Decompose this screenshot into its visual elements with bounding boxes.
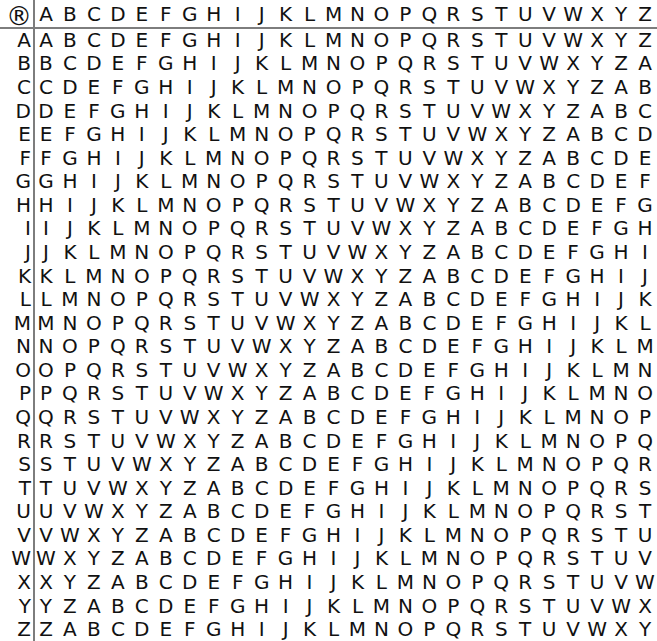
grid-cell: V — [537, 28, 561, 52]
grid-cell: F — [585, 217, 609, 241]
column-header: S — [465, 0, 489, 28]
grid-cell: W — [106, 476, 130, 500]
grid-cell: B — [585, 122, 609, 146]
grid-cell: G — [82, 122, 106, 146]
grid-cell: D — [274, 476, 298, 500]
grid-cell: W — [345, 240, 369, 264]
column-header: L — [298, 0, 322, 28]
row-header: P — [0, 382, 34, 406]
grid-cell: O — [178, 217, 202, 241]
grid-cell: B — [58, 28, 82, 52]
grid-cell: X — [226, 382, 250, 406]
grid-cell: Q — [369, 75, 393, 99]
grid-cell: K — [537, 382, 561, 406]
grid-cell: F — [202, 594, 226, 618]
grid-cell: L — [298, 28, 322, 52]
row-header: F — [0, 146, 34, 170]
row-header: N — [0, 335, 34, 359]
grid-cell: O — [106, 287, 130, 311]
grid-cell: O — [154, 240, 178, 264]
grid-cell: K — [633, 287, 657, 311]
grid-cell: M — [274, 75, 298, 99]
grid-cell: M — [441, 523, 465, 547]
grid-cell: R — [465, 617, 489, 641]
grid-cell: B — [202, 500, 226, 524]
grid-cell: E — [345, 429, 369, 453]
grid-cell: C — [298, 429, 322, 453]
grid-cell: C — [82, 28, 106, 52]
grid-cell: S — [489, 617, 513, 641]
column-header: B — [58, 0, 82, 28]
grid-cell: E — [226, 547, 250, 571]
grid-cell: U — [441, 99, 465, 123]
grid-cell: O — [537, 476, 561, 500]
grid-cell: N — [154, 217, 178, 241]
column-header: T — [489, 0, 513, 28]
grid-cell: A — [537, 146, 561, 170]
grid-cell: D — [154, 594, 178, 618]
grid-cell: C — [58, 52, 82, 76]
grid-cell: R — [633, 452, 657, 476]
grid-cell: U — [633, 523, 657, 547]
grid-cell: P — [489, 547, 513, 571]
grid-cell: R — [393, 75, 417, 99]
grid-cell: P — [178, 240, 202, 264]
grid-cell: G — [130, 75, 154, 99]
grid-cell: N — [58, 311, 82, 335]
grid-cell: A — [465, 217, 489, 241]
grid-cell: H — [274, 570, 298, 594]
grid-cell: T — [441, 75, 465, 99]
grid-cell: C — [226, 500, 250, 524]
grid-cell: G — [489, 335, 513, 359]
grid-cell: S — [202, 287, 226, 311]
grid-cell: G — [633, 193, 657, 217]
grid-cell: F — [633, 169, 657, 193]
grid-cell: F — [513, 287, 537, 311]
grid-cell: Y — [345, 287, 369, 311]
grid-cell: N — [393, 594, 417, 618]
row-header: A — [0, 28, 34, 52]
row-header: B — [0, 52, 34, 76]
grid-cell: Y — [106, 523, 130, 547]
grid-cell: D — [369, 382, 393, 406]
grid-cell: Z — [393, 264, 417, 288]
grid-cell: U — [345, 193, 369, 217]
row-header: E — [0, 122, 34, 146]
grid-cell: O — [130, 264, 154, 288]
grid-cell: G — [202, 617, 226, 641]
grid-cell: Z — [226, 429, 250, 453]
grid-cell: E — [393, 382, 417, 406]
grid-cell: R — [513, 570, 537, 594]
grid-cell: E — [441, 335, 465, 359]
tabula-recta-board: ®ABCDEFGHIJKLMNOPQRSTUVWXYZAABCDEFGHIJKL… — [0, 0, 657, 641]
grid-cell: D — [130, 617, 154, 641]
grid-cell: X — [561, 52, 585, 76]
grid-cell: L — [130, 193, 154, 217]
grid-cell: E — [585, 193, 609, 217]
grid-cell: S — [441, 52, 465, 76]
grid-cell: S — [513, 594, 537, 618]
grid-cell: S — [322, 169, 346, 193]
grid-cell: N — [489, 500, 513, 524]
grid-cell: W — [561, 28, 585, 52]
grid-cell: T — [585, 547, 609, 571]
grid-cell: M — [58, 287, 82, 311]
grid-cell: H — [178, 52, 202, 76]
grid-cell: K — [489, 429, 513, 453]
grid-cell: N — [537, 452, 561, 476]
grid-cell: A — [154, 523, 178, 547]
grid-cell: N — [465, 523, 489, 547]
grid-cell: V — [441, 122, 465, 146]
column-header: V — [537, 0, 561, 28]
grid-cell: I — [633, 240, 657, 264]
grid-cell: J — [513, 382, 537, 406]
grid-cell: A — [250, 429, 274, 453]
grid-cell: L — [322, 617, 346, 641]
grid-cell: I — [322, 547, 346, 571]
grid-cell: N — [417, 570, 441, 594]
grid-cell: I — [82, 169, 106, 193]
grid-cell: Q — [633, 429, 657, 453]
grid-cell: H — [322, 523, 346, 547]
grid-cell: M — [82, 264, 106, 288]
grid-cell: V — [609, 570, 633, 594]
grid-cell: H — [633, 217, 657, 241]
grid-cell: L — [489, 452, 513, 476]
grid-cell: Y — [585, 52, 609, 76]
grid-cell: X — [202, 405, 226, 429]
grid-cell: Q — [585, 476, 609, 500]
grid-cell: S — [417, 75, 441, 99]
grid-cell: L — [345, 594, 369, 618]
grid-cell: V — [58, 500, 82, 524]
grid-cell: Z — [441, 217, 465, 241]
grid-cell: S — [154, 335, 178, 359]
grid-cell: G — [513, 311, 537, 335]
grid-cell: U — [154, 382, 178, 406]
grid-cell: M — [34, 311, 58, 335]
grid-cell: X — [537, 75, 561, 99]
grid-cell: G — [585, 240, 609, 264]
grid-cell: U — [393, 146, 417, 170]
grid-cell: D — [537, 217, 561, 241]
grid-cell: K — [369, 547, 393, 571]
grid-cell: V — [178, 382, 202, 406]
grid-cell: E — [417, 358, 441, 382]
grid-cell: Z — [298, 358, 322, 382]
grid-cell: W — [369, 217, 393, 241]
grid-cell: M — [417, 547, 441, 571]
grid-cell: T — [513, 617, 537, 641]
row-header: C — [0, 75, 34, 99]
grid-cell: T — [537, 594, 561, 618]
grid-cell: F — [369, 429, 393, 453]
grid-cell: K — [274, 28, 298, 52]
grid-cell: L — [274, 52, 298, 76]
grid-cell: Z — [322, 335, 346, 359]
grid-cell: V — [82, 476, 106, 500]
grid-cell: R — [561, 523, 585, 547]
grid-cell: E — [202, 570, 226, 594]
grid-cell: A — [393, 287, 417, 311]
row-header: H — [0, 193, 34, 217]
grid-cell: S — [250, 240, 274, 264]
grid-cell: I — [489, 382, 513, 406]
grid-cell: G — [417, 405, 441, 429]
grid-cell: T — [369, 146, 393, 170]
grid-cell: A — [82, 594, 106, 618]
grid-cell: V — [106, 452, 130, 476]
grid-cell: T — [561, 570, 585, 594]
grid-cell: Q — [322, 122, 346, 146]
grid-cell: B — [441, 264, 465, 288]
grid-cell: U — [417, 122, 441, 146]
grid-cell: C — [345, 382, 369, 406]
grid-cell: D — [465, 287, 489, 311]
grid-cell: W — [609, 594, 633, 618]
grid-cell: I — [585, 287, 609, 311]
grid-cell: M — [250, 99, 274, 123]
grid-cell: A — [178, 500, 202, 524]
grid-cell: P — [369, 52, 393, 76]
grid-cell: A — [417, 264, 441, 288]
grid-cell: X — [513, 99, 537, 123]
grid-cell: U — [465, 75, 489, 99]
grid-cell: C — [393, 335, 417, 359]
grid-cell: J — [226, 52, 250, 76]
grid-cell: L — [106, 217, 130, 241]
grid-cell: Y — [489, 146, 513, 170]
grid-cell: T — [202, 311, 226, 335]
grid-cell: B — [298, 405, 322, 429]
grid-cell: A — [322, 358, 346, 382]
grid-cell: S — [561, 547, 585, 571]
grid-cell: X — [298, 311, 322, 335]
grid-cell: M — [226, 122, 250, 146]
grid-cell: C — [537, 193, 561, 217]
grid-cell: A — [34, 28, 58, 52]
grid-cell: P — [537, 500, 561, 524]
grid-cell: M — [393, 570, 417, 594]
grid-cell: L — [178, 146, 202, 170]
grid-cell: U — [250, 287, 274, 311]
grid-cell: O — [417, 594, 441, 618]
grid-cell: H — [465, 382, 489, 406]
column-header: I — [226, 0, 250, 28]
grid-cell: D — [178, 570, 202, 594]
grid-cell: V — [417, 146, 441, 170]
grid-cell: E — [513, 264, 537, 288]
grid-cell: F — [130, 52, 154, 76]
grid-cell: I — [58, 193, 82, 217]
grid-cell: F — [34, 146, 58, 170]
grid-cell: A — [441, 240, 465, 264]
grid-cell: Y — [369, 264, 393, 288]
grid-cell: G — [609, 217, 633, 241]
grid-cell: D — [322, 429, 346, 453]
grid-cell: O — [585, 429, 609, 453]
grid-cell: G — [226, 594, 250, 618]
grid-cell: Y — [609, 28, 633, 52]
grid-cell: W — [34, 547, 58, 571]
grid-cell: B — [609, 99, 633, 123]
grid-cell: Q — [130, 311, 154, 335]
column-header: O — [369, 0, 393, 28]
grid-cell: N — [202, 169, 226, 193]
grid-cell: V — [489, 75, 513, 99]
grid-cell: P — [154, 264, 178, 288]
grid-cell: L — [82, 240, 106, 264]
grid-cell: K — [393, 523, 417, 547]
grid-cell: K — [417, 500, 441, 524]
grid-cell: M — [369, 594, 393, 618]
grid-cell: Y — [465, 169, 489, 193]
grid-cell: S — [82, 405, 106, 429]
grid-cell: R — [417, 52, 441, 76]
grid-cell: D — [441, 311, 465, 335]
grid-cell: O — [202, 193, 226, 217]
grid-cell: N — [226, 146, 250, 170]
grid-cell: J — [154, 122, 178, 146]
grid-cell: K — [106, 193, 130, 217]
grid-cell: Z — [106, 547, 130, 571]
grid-cell: B — [369, 335, 393, 359]
grid-cell: P — [34, 382, 58, 406]
grid-cell: V — [465, 99, 489, 123]
grid-cell: I — [417, 452, 441, 476]
grid-cell: L — [154, 169, 178, 193]
grid-cell: Y — [226, 405, 250, 429]
grid-cell: D — [393, 358, 417, 382]
grid-cell: V — [345, 217, 369, 241]
grid-cell: I — [250, 617, 274, 641]
grid-cell: Q — [178, 264, 202, 288]
grid-cell: S — [537, 570, 561, 594]
grid-cell: Q — [465, 594, 489, 618]
grid-cell: W — [178, 405, 202, 429]
grid-cell: T — [154, 358, 178, 382]
grid-cell: T — [322, 193, 346, 217]
grid-cell: Q — [513, 547, 537, 571]
grid-cell: I — [178, 75, 202, 99]
grid-cell: O — [298, 99, 322, 123]
grid-cell: M — [178, 169, 202, 193]
grid-cell: C — [202, 523, 226, 547]
grid-cell: J — [585, 311, 609, 335]
grid-cell: L — [369, 570, 393, 594]
grid-cell: V — [369, 193, 393, 217]
corner-registered-icon: ® — [0, 0, 34, 28]
grid-cell: H — [226, 617, 250, 641]
grid-cell: C — [441, 287, 465, 311]
grid-cell: G — [369, 452, 393, 476]
grid-cell: K — [298, 617, 322, 641]
grid-cell: C — [417, 311, 441, 335]
grid-cell: H — [106, 122, 130, 146]
column-header: J — [250, 0, 274, 28]
grid-cell: M — [345, 617, 369, 641]
grid-cell: G — [34, 169, 58, 193]
grid-cell: P — [202, 217, 226, 241]
row-header: U — [0, 500, 34, 524]
grid-cell: F — [345, 452, 369, 476]
grid-cell: O — [561, 452, 585, 476]
grid-cell: J — [537, 358, 561, 382]
grid-cell: G — [274, 547, 298, 571]
grid-cell: E — [58, 99, 82, 123]
grid-cell: B — [465, 240, 489, 264]
grid-cell: O — [82, 311, 106, 335]
grid-cell: U — [322, 217, 346, 241]
grid-cell: M — [106, 240, 130, 264]
grid-cell: U — [274, 264, 298, 288]
grid-cell: J — [417, 476, 441, 500]
grid-cell: F — [250, 547, 274, 571]
grid-cell: H — [34, 193, 58, 217]
grid-cell: E — [465, 311, 489, 335]
grid-cell: I — [202, 52, 226, 76]
grid-cell: V — [561, 617, 585, 641]
grid-cell: Z — [609, 52, 633, 76]
grid-cell: V — [130, 429, 154, 453]
grid-cell: T — [226, 287, 250, 311]
grid-cell: X — [106, 500, 130, 524]
grid-cell: Z — [34, 617, 58, 641]
grid-cell: I — [298, 570, 322, 594]
grid-cell: A — [130, 547, 154, 571]
grid-cell: K — [178, 122, 202, 146]
grid-cell: Z — [345, 311, 369, 335]
grid-cell: U — [178, 358, 202, 382]
grid-cell: E — [609, 169, 633, 193]
grid-cell: J — [322, 570, 346, 594]
grid-cell: W — [513, 75, 537, 99]
grid-cell: R — [441, 28, 465, 52]
grid-cell: N — [345, 28, 369, 52]
grid-cell: J — [465, 429, 489, 453]
grid-cell: F — [561, 240, 585, 264]
grid-cell: F — [537, 264, 561, 288]
grid-cell: D — [202, 547, 226, 571]
grid-cell: P — [465, 570, 489, 594]
grid-cell: T — [274, 240, 298, 264]
grid-cell: A — [58, 617, 82, 641]
grid-cell: E — [274, 500, 298, 524]
grid-cell: Y — [130, 500, 154, 524]
grid-cell: H — [513, 335, 537, 359]
grid-cell: K — [154, 146, 178, 170]
grid-cell: K — [441, 476, 465, 500]
grid-cell: P — [585, 452, 609, 476]
grid-cell: A — [561, 122, 585, 146]
grid-cell: Z — [82, 570, 106, 594]
grid-cell: N — [585, 405, 609, 429]
grid-cell: I — [154, 99, 178, 123]
grid-cell: J — [178, 99, 202, 123]
grid-cell: J — [369, 523, 393, 547]
grid-cell: N — [513, 476, 537, 500]
grid-cell: I — [369, 500, 393, 524]
column-header: X — [585, 0, 609, 28]
grid-cell: E — [561, 217, 585, 241]
grid-cell: L — [34, 287, 58, 311]
grid-cell: S — [393, 99, 417, 123]
grid-cell: G — [441, 382, 465, 406]
grid-cell: O — [226, 169, 250, 193]
